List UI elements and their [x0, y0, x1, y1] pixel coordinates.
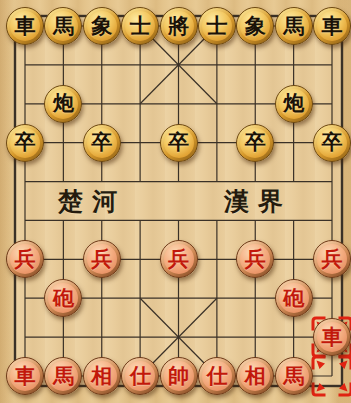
- piece-glyph: 車: [10, 11, 40, 41]
- red-elephant[interactable]: 相: [83, 357, 121, 395]
- black-advisor[interactable]: 士: [198, 7, 236, 45]
- black-cannon[interactable]: 炮: [44, 85, 82, 123]
- red-advisor[interactable]: 仕: [121, 357, 159, 395]
- black-horse[interactable]: 馬: [275, 7, 313, 45]
- piece-glyph: 馬: [279, 11, 309, 41]
- piece-glyph: 士: [125, 11, 155, 41]
- piece-glyph: 砲: [48, 283, 78, 313]
- piece-glyph: 卒: [164, 128, 194, 158]
- black-soldier[interactable]: 卒: [313, 124, 351, 162]
- red-chariot[interactable]: 車: [313, 318, 351, 356]
- piece-glyph: 仕: [202, 361, 232, 391]
- piece-glyph: 兵: [164, 244, 194, 274]
- red-chariot[interactable]: 車: [6, 357, 44, 395]
- piece-glyph: 兵: [240, 244, 270, 274]
- piece-glyph: 卒: [240, 128, 270, 158]
- piece-glyph: 車: [317, 11, 347, 41]
- red-cannon[interactable]: 砲: [275, 279, 313, 317]
- piece-glyph: 帥: [164, 361, 194, 391]
- black-cannon[interactable]: 炮: [275, 85, 313, 123]
- red-advisor[interactable]: 仕: [198, 357, 236, 395]
- piece-glyph: 馬: [48, 361, 78, 391]
- river-label-chu-he: 楚河: [58, 183, 126, 220]
- black-soldier[interactable]: 卒: [6, 124, 44, 162]
- piece-glyph: 象: [87, 11, 117, 41]
- red-general[interactable]: 帥: [160, 357, 198, 395]
- piece-glyph: 兵: [87, 244, 117, 274]
- black-advisor[interactable]: 士: [121, 7, 159, 45]
- piece-glyph: 車: [317, 322, 347, 352]
- piece-glyph: 仕: [125, 361, 155, 391]
- piece-glyph: 卒: [10, 128, 40, 158]
- black-elephant[interactable]: 象: [83, 7, 121, 45]
- black-soldier[interactable]: 卒: [236, 124, 274, 162]
- piece-glyph: 兵: [317, 244, 347, 274]
- black-soldier[interactable]: 卒: [160, 124, 198, 162]
- black-elephant[interactable]: 象: [236, 7, 274, 45]
- black-chariot[interactable]: 車: [313, 7, 351, 45]
- black-soldier[interactable]: 卒: [83, 124, 121, 162]
- piece-glyph: 士: [202, 11, 232, 41]
- board-grid: [0, 0, 351, 403]
- piece-glyph: 卒: [87, 128, 117, 158]
- red-horse[interactable]: 馬: [275, 357, 313, 395]
- piece-glyph: 砲: [279, 283, 309, 313]
- piece-glyph: 卒: [317, 128, 347, 158]
- piece-glyph: 象: [240, 11, 270, 41]
- piece-glyph: 相: [240, 361, 270, 391]
- xiangqi-board[interactable]: 楚河 漢界 車馬象士將士象馬車炮炮卒卒卒卒卒兵兵兵兵兵砲砲車車馬相仕帥仕相馬: [0, 0, 351, 403]
- piece-glyph: 炮: [279, 89, 309, 119]
- red-soldier[interactable]: 兵: [83, 240, 121, 278]
- piece-glyph: 將: [164, 11, 194, 41]
- red-soldier[interactable]: 兵: [160, 240, 198, 278]
- black-chariot[interactable]: 車: [6, 7, 44, 45]
- piece-glyph: 馬: [48, 11, 78, 41]
- piece-glyph: 馬: [279, 361, 309, 391]
- river-label-han-jie: 漢界: [224, 183, 292, 220]
- piece-glyph: 相: [87, 361, 117, 391]
- piece-glyph: 炮: [48, 89, 78, 119]
- piece-glyph: 車: [10, 361, 40, 391]
- black-general[interactable]: 將: [160, 7, 198, 45]
- red-elephant[interactable]: 相: [236, 357, 274, 395]
- piece-glyph: 兵: [10, 244, 40, 274]
